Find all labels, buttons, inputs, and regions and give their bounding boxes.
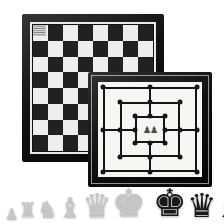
chess-square xyxy=(48,135,63,151)
chess-square xyxy=(138,41,153,57)
chess-square xyxy=(33,72,48,88)
morris-point xyxy=(101,170,106,175)
chess-square xyxy=(48,104,63,120)
chess-square xyxy=(63,104,78,120)
pieces-tray: ♟♜♞♝♛♚♚♛♝♞♜♟ xyxy=(5,175,220,221)
chess-square xyxy=(33,25,48,41)
chess-square xyxy=(93,41,108,57)
chess-square xyxy=(48,72,63,88)
chess-square xyxy=(33,57,48,73)
chess-square xyxy=(63,57,78,73)
chess-square xyxy=(78,57,93,73)
chess-square xyxy=(123,25,138,41)
chess-square xyxy=(48,120,63,136)
morris-point xyxy=(162,127,167,132)
white-king: ♚ xyxy=(112,185,146,221)
brand-logo-figures-icon: ♟♟ xyxy=(138,125,162,134)
morris-point xyxy=(148,114,153,119)
chess-square xyxy=(78,25,93,41)
morris-point xyxy=(117,99,122,104)
morris-point xyxy=(148,140,153,145)
morris-point xyxy=(133,140,138,145)
chess-square xyxy=(48,57,63,73)
morris-board: ♟♟ xyxy=(88,72,212,187)
white-rook: ♜ xyxy=(18,201,37,221)
chess-square xyxy=(108,41,123,57)
chess-square xyxy=(108,25,123,41)
chess-square xyxy=(108,57,123,73)
morris-point xyxy=(117,155,122,160)
morris-point xyxy=(178,155,183,160)
morris-point xyxy=(117,127,122,132)
black-bishop: ♝ xyxy=(216,195,224,221)
chess-square xyxy=(138,25,153,41)
chess-square xyxy=(33,104,48,120)
chess-square xyxy=(63,25,78,41)
white-bishop: ♝ xyxy=(58,195,82,221)
chess-square xyxy=(63,135,78,151)
white-queen: ♛ xyxy=(82,190,112,221)
morris-point xyxy=(178,127,183,132)
morris-point xyxy=(148,155,153,160)
chess-square xyxy=(93,25,108,41)
morris-point xyxy=(178,99,183,104)
morris-point xyxy=(133,114,138,119)
chess-square xyxy=(33,135,48,151)
chess-square xyxy=(123,57,138,73)
morris-point xyxy=(148,170,153,175)
chess-square xyxy=(123,41,138,57)
brand-logo: ♟♟ xyxy=(138,125,162,134)
morris-point xyxy=(162,114,167,119)
black-queen: ♛ xyxy=(187,190,217,221)
morris-point xyxy=(162,140,167,145)
morris-point xyxy=(101,127,106,132)
chess-square xyxy=(93,57,108,73)
chess-square xyxy=(63,88,78,104)
morris-point xyxy=(148,99,153,104)
chess-square xyxy=(48,41,63,57)
chess-square xyxy=(78,41,93,57)
chess-square xyxy=(33,88,48,104)
chess-square xyxy=(48,25,63,41)
morris-point xyxy=(194,127,199,132)
chess-square xyxy=(63,41,78,57)
morris-point xyxy=(101,84,106,89)
morris-point xyxy=(194,84,199,89)
chess-square xyxy=(138,57,153,73)
brand-stamp xyxy=(34,26,45,35)
white-pawn: ♟ xyxy=(5,207,18,221)
white-knight: ♞ xyxy=(37,199,58,221)
chess-square xyxy=(63,72,78,88)
chess-square xyxy=(33,120,48,136)
black-king: ♚ xyxy=(153,185,187,221)
chess-square xyxy=(33,41,48,57)
morris-point xyxy=(194,170,199,175)
morris-field: ♟♟ xyxy=(98,82,202,177)
chess-square xyxy=(63,120,78,136)
morris-point xyxy=(148,84,153,89)
chess-square xyxy=(48,88,63,104)
